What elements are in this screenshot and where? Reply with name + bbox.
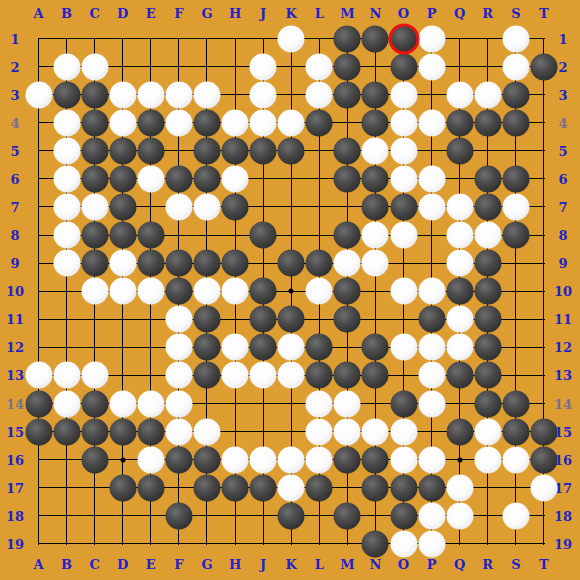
stone-white-O10[interactable]: [390, 278, 417, 305]
stone-black-L4[interactable]: [306, 109, 333, 136]
stone-white-D3[interactable]: [109, 81, 136, 108]
stone-black-Q4[interactable]: [446, 109, 473, 136]
col-label-top-T: T: [539, 6, 549, 21]
stone-black-F10[interactable]: [165, 278, 192, 305]
stone-white-E14[interactable]: [137, 390, 164, 417]
stone-white-O6[interactable]: [390, 165, 417, 192]
row-label-right-10: 10: [554, 284, 572, 299]
col-label-top-Q: Q: [454, 6, 465, 21]
stone-black-C15[interactable]: [81, 418, 108, 445]
stone-black-C4[interactable]: [81, 109, 108, 136]
col-label-top-M: M: [340, 6, 354, 21]
stone-white-E3[interactable]: [137, 81, 164, 108]
stone-black-G13[interactable]: [193, 362, 220, 389]
row-label-left-18: 18: [6, 508, 24, 523]
stone-black-R14[interactable]: [474, 390, 501, 417]
col-label-bottom-S: S: [511, 557, 520, 572]
stone-white-P13[interactable]: [418, 362, 445, 389]
stone-black-M10[interactable]: [334, 278, 361, 305]
stone-black-O18[interactable]: [390, 502, 417, 529]
row-label-right-13: 13: [554, 368, 572, 383]
stone-black-F18[interactable]: [165, 502, 192, 529]
stone-white-H6[interactable]: [222, 165, 249, 192]
stone-black-G9[interactable]: [193, 250, 220, 277]
col-label-top-N: N: [370, 6, 382, 21]
stone-white-Q17[interactable]: [446, 474, 473, 501]
stone-black-N3[interactable]: [362, 81, 389, 108]
stone-white-C7[interactable]: [81, 193, 108, 220]
col-label-top-G: G: [201, 6, 212, 21]
stone-black-N17[interactable]: [362, 474, 389, 501]
stone-black-M5[interactable]: [334, 137, 361, 164]
stone-black-T2[interactable]: [530, 53, 557, 80]
col-label-bottom-F: F: [174, 557, 183, 572]
stone-white-J16[interactable]: [250, 446, 277, 473]
stone-black-H5[interactable]: [222, 137, 249, 164]
stone-white-K4[interactable]: [278, 109, 305, 136]
stone-white-B14[interactable]: [53, 390, 80, 417]
col-label-bottom-K: K: [286, 557, 297, 572]
col-label-bottom-B: B: [61, 557, 72, 572]
stone-white-E16[interactable]: [137, 446, 164, 473]
stone-white-K12[interactable]: [278, 334, 305, 361]
stone-white-E10[interactable]: [137, 278, 164, 305]
stone-white-F14[interactable]: [165, 390, 192, 417]
row-label-left-9: 9: [10, 256, 19, 271]
stone-black-E4[interactable]: [137, 109, 164, 136]
col-label-bottom-G: G: [201, 557, 212, 572]
row-label-right-11: 11: [554, 312, 572, 327]
stone-black-N1[interactable]: [362, 25, 389, 52]
stone-white-J13[interactable]: [250, 362, 277, 389]
row-label-right-7: 7: [558, 199, 567, 214]
stone-black-C3[interactable]: [81, 81, 108, 108]
stone-black-R6[interactable]: [474, 165, 501, 192]
stone-black-N6[interactable]: [362, 165, 389, 192]
row-label-right-12: 12: [554, 340, 572, 355]
col-label-bottom-T: T: [539, 557, 549, 572]
stone-white-L14[interactable]: [306, 390, 333, 417]
col-label-bottom-J: J: [260, 557, 266, 572]
stone-black-L9[interactable]: [306, 250, 333, 277]
stone-white-J4[interactable]: [250, 109, 277, 136]
row-label-left-8: 8: [10, 228, 19, 243]
stone-black-S14[interactable]: [502, 390, 529, 417]
col-label-top-E: E: [146, 6, 156, 21]
stone-black-C8[interactable]: [81, 222, 108, 249]
stone-white-B6[interactable]: [53, 165, 80, 192]
stone-white-K16[interactable]: [278, 446, 305, 473]
stone-white-P12[interactable]: [418, 334, 445, 361]
stone-white-R3[interactable]: [474, 81, 501, 108]
star-point-Q16: [457, 457, 462, 462]
row-label-left-5: 5: [10, 143, 19, 158]
stone-white-N9[interactable]: [362, 250, 389, 277]
stone-black-G5[interactable]: [193, 137, 220, 164]
stone-white-Q11[interactable]: [446, 306, 473, 333]
stone-black-M1[interactable]: [334, 25, 361, 52]
stone-white-H4[interactable]: [222, 109, 249, 136]
stone-black-K5[interactable]: [278, 137, 305, 164]
stone-black-R10[interactable]: [474, 278, 501, 305]
stone-black-B3[interactable]: [53, 81, 80, 108]
stone-white-T17[interactable]: [530, 474, 557, 501]
stone-white-E6[interactable]: [137, 165, 164, 192]
stone-black-Q10[interactable]: [446, 278, 473, 305]
stone-white-L15[interactable]: [306, 418, 333, 445]
stone-white-B5[interactable]: [53, 137, 80, 164]
stone-white-A3[interactable]: [25, 81, 52, 108]
stone-white-G7[interactable]: [193, 193, 220, 220]
stone-black-L17[interactable]: [306, 474, 333, 501]
stone-black-A14[interactable]: [25, 390, 52, 417]
stone-white-O16[interactable]: [390, 446, 417, 473]
stone-black-S4[interactable]: [502, 109, 529, 136]
col-label-top-O: O: [398, 6, 409, 21]
stone-white-Q18[interactable]: [446, 502, 473, 529]
stone-black-J17[interactable]: [250, 474, 277, 501]
stone-black-M13[interactable]: [334, 362, 361, 389]
stone-white-P14[interactable]: [418, 390, 445, 417]
col-label-bottom-C: C: [89, 557, 99, 572]
stone-white-R8[interactable]: [474, 222, 501, 249]
stone-white-K1[interactable]: [278, 25, 305, 52]
col-label-bottom-R: R: [482, 557, 493, 572]
stone-black-M18[interactable]: [334, 502, 361, 529]
stone-white-M15[interactable]: [334, 418, 361, 445]
stone-black-D17[interactable]: [109, 474, 136, 501]
stone-black-Q5[interactable]: [446, 137, 473, 164]
stone-black-G4[interactable]: [193, 109, 220, 136]
go-app-background: { "game": "go", "board": { "size": 19, "…: [0, 0, 580, 580]
stone-black-E15[interactable]: [137, 418, 164, 445]
stone-white-O5[interactable]: [390, 137, 417, 164]
stone-white-Q12[interactable]: [446, 334, 473, 361]
stone-black-C6[interactable]: [81, 165, 108, 192]
col-label-top-J: J: [260, 6, 266, 21]
stone-black-O2[interactable]: [390, 53, 417, 80]
stone-white-Q3[interactable]: [446, 81, 473, 108]
row-label-left-12: 12: [6, 340, 24, 355]
stone-black-G17[interactable]: [193, 474, 220, 501]
col-label-bottom-M: M: [340, 557, 354, 572]
stone-black-O17[interactable]: [390, 474, 417, 501]
stone-white-P6[interactable]: [418, 165, 445, 192]
stone-white-O3[interactable]: [390, 81, 417, 108]
stone-white-P16[interactable]: [418, 446, 445, 473]
stone-black-N7[interactable]: [362, 193, 389, 220]
stone-white-S2[interactable]: [502, 53, 529, 80]
stone-white-C10[interactable]: [81, 278, 108, 305]
stone-black-K9[interactable]: [278, 250, 305, 277]
stone-white-L10[interactable]: [306, 278, 333, 305]
row-label-left-16: 16: [6, 452, 24, 467]
row-label-left-10: 10: [6, 284, 24, 299]
stone-black-N19[interactable]: [362, 530, 389, 557]
stone-white-S1[interactable]: [502, 25, 529, 52]
stone-white-R16[interactable]: [474, 446, 501, 473]
stone-white-S7[interactable]: [502, 193, 529, 220]
stone-black-H9[interactable]: [222, 250, 249, 277]
col-label-top-A: A: [33, 6, 43, 21]
row-label-left-17: 17: [6, 480, 24, 495]
stone-white-C13[interactable]: [81, 362, 108, 389]
stone-black-P17[interactable]: [418, 474, 445, 501]
stone-black-J8[interactable]: [250, 222, 277, 249]
col-label-top-S: S: [511, 6, 520, 21]
col-label-bottom-L: L: [315, 557, 324, 572]
row-label-left-1: 1: [10, 31, 19, 46]
col-label-top-C: C: [89, 6, 99, 21]
stone-black-S8[interactable]: [502, 222, 529, 249]
stone-black-M16[interactable]: [334, 446, 361, 473]
row-label-right-2: 2: [558, 59, 567, 74]
stone-black-R9[interactable]: [474, 250, 501, 277]
stone-black-M2[interactable]: [334, 53, 361, 80]
col-label-bottom-D: D: [117, 557, 128, 572]
stone-white-F13[interactable]: [165, 362, 192, 389]
stone-black-J10[interactable]: [250, 278, 277, 305]
row-label-right-18: 18: [554, 508, 572, 523]
stone-white-B8[interactable]: [53, 222, 80, 249]
stone-black-C9[interactable]: [81, 250, 108, 277]
stone-black-H7[interactable]: [222, 193, 249, 220]
star-point-D16: [120, 457, 125, 462]
stone-white-O19[interactable]: [390, 530, 417, 557]
stone-white-G3[interactable]: [193, 81, 220, 108]
stone-white-F15[interactable]: [165, 418, 192, 445]
row-label-right-5: 5: [558, 143, 567, 158]
stone-white-N8[interactable]: [362, 222, 389, 249]
stone-white-Q7[interactable]: [446, 193, 473, 220]
stone-black-O7[interactable]: [390, 193, 417, 220]
row-label-left-6: 6: [10, 171, 19, 186]
stone-black-R12[interactable]: [474, 334, 501, 361]
row-label-right-6: 6: [558, 171, 567, 186]
stone-black-Q13[interactable]: [446, 362, 473, 389]
row-label-left-14: 14: [6, 396, 24, 411]
stone-black-R4[interactable]: [474, 109, 501, 136]
stone-black-F9[interactable]: [165, 250, 192, 277]
stone-black-M3[interactable]: [334, 81, 361, 108]
col-label-bottom-P: P: [427, 557, 437, 572]
row-label-right-8: 8: [558, 228, 567, 243]
stone-white-Q9[interactable]: [446, 250, 473, 277]
stone-white-O15[interactable]: [390, 418, 417, 445]
stone-black-N16[interactable]: [362, 446, 389, 473]
stone-black-N12[interactable]: [362, 334, 389, 361]
stone-black-E8[interactable]: [137, 222, 164, 249]
row-label-right-19: 19: [554, 536, 572, 551]
col-label-top-B: B: [61, 6, 72, 21]
stone-black-Q15[interactable]: [446, 418, 473, 445]
stone-black-E5[interactable]: [137, 137, 164, 164]
stone-white-P2[interactable]: [418, 53, 445, 80]
star-point-K10: [289, 289, 294, 294]
stone-white-D9[interactable]: [109, 250, 136, 277]
stone-white-H12[interactable]: [222, 334, 249, 361]
row-label-right-3: 3: [558, 87, 567, 102]
stone-white-S18[interactable]: [502, 502, 529, 529]
stone-black-S15[interactable]: [502, 418, 529, 445]
stone-white-F3[interactable]: [165, 81, 192, 108]
stone-white-Q8[interactable]: [446, 222, 473, 249]
stone-white-K13[interactable]: [278, 362, 305, 389]
stone-white-H16[interactable]: [222, 446, 249, 473]
stone-black-J12[interactable]: [250, 334, 277, 361]
row-label-left-13: 13: [6, 368, 24, 383]
stone-black-C16[interactable]: [81, 446, 108, 473]
stone-black-T16[interactable]: [530, 446, 557, 473]
stone-white-F11[interactable]: [165, 306, 192, 333]
stone-white-L2[interactable]: [306, 53, 333, 80]
col-label-top-H: H: [229, 6, 241, 21]
stone-black-B15[interactable]: [53, 418, 80, 445]
stone-black-D8[interactable]: [109, 222, 136, 249]
stone-white-L3[interactable]: [306, 81, 333, 108]
row-label-right-1: 1: [558, 31, 567, 46]
stone-white-J2[interactable]: [250, 53, 277, 80]
stone-black-D5[interactable]: [109, 137, 136, 164]
stone-black-K11[interactable]: [278, 306, 305, 333]
stone-white-H10[interactable]: [222, 278, 249, 305]
row-label-right-4: 4: [558, 115, 567, 130]
stone-white-P4[interactable]: [418, 109, 445, 136]
stone-white-P19[interactable]: [418, 530, 445, 557]
col-label-bottom-E: E: [146, 557, 156, 572]
stone-white-K17[interactable]: [278, 474, 305, 501]
stone-black-K18[interactable]: [278, 502, 305, 529]
row-label-left-19: 19: [6, 536, 24, 551]
last-move-marker: [388, 23, 419, 54]
stone-white-B2[interactable]: [53, 53, 80, 80]
stone-black-J5[interactable]: [250, 137, 277, 164]
stone-black-R11[interactable]: [474, 306, 501, 333]
stone-black-L13[interactable]: [306, 362, 333, 389]
col-label-top-F: F: [174, 6, 183, 21]
col-label-top-K: K: [286, 6, 297, 21]
stone-black-G12[interactable]: [193, 334, 220, 361]
stone-white-S16[interactable]: [502, 446, 529, 473]
stone-white-D4[interactable]: [109, 109, 136, 136]
stone-black-M8[interactable]: [334, 222, 361, 249]
stone-white-B13[interactable]: [53, 362, 80, 389]
stone-black-N13[interactable]: [362, 362, 389, 389]
col-label-top-L: L: [315, 6, 324, 21]
row-label-left-4: 4: [10, 115, 19, 130]
stone-black-O14[interactable]: [390, 390, 417, 417]
stone-black-G6[interactable]: [193, 165, 220, 192]
col-label-bottom-A: A: [33, 557, 43, 572]
col-label-top-D: D: [117, 6, 128, 21]
col-label-top-R: R: [482, 6, 493, 21]
stone-white-P1[interactable]: [418, 25, 445, 52]
stone-white-C2[interactable]: [81, 53, 108, 80]
stone-black-S3[interactable]: [502, 81, 529, 108]
col-label-bottom-N: N: [370, 557, 382, 572]
stone-black-P11[interactable]: [418, 306, 445, 333]
stone-black-G16[interactable]: [193, 446, 220, 473]
stone-white-B7[interactable]: [53, 193, 80, 220]
stone-black-C14[interactable]: [81, 390, 108, 417]
stone-black-E17[interactable]: [137, 474, 164, 501]
col-label-bottom-H: H: [229, 557, 241, 572]
stone-black-L12[interactable]: [306, 334, 333, 361]
stone-black-E9[interactable]: [137, 250, 164, 277]
stone-black-N4[interactable]: [362, 109, 389, 136]
stone-white-O4[interactable]: [390, 109, 417, 136]
stone-white-L16[interactable]: [306, 446, 333, 473]
stone-white-B9[interactable]: [53, 250, 80, 277]
stone-black-D15[interactable]: [109, 418, 136, 445]
stone-black-F16[interactable]: [165, 446, 192, 473]
stone-white-P10[interactable]: [418, 278, 445, 305]
stone-white-P18[interactable]: [418, 502, 445, 529]
go-board[interactable]: AABBCCDDEEFFGGHHJJKKLLMMNNOOPPQQRRSSTT11…: [0, 0, 580, 580]
stone-black-H17[interactable]: [222, 474, 249, 501]
stone-black-J11[interactable]: [250, 306, 277, 333]
stone-white-M14[interactable]: [334, 390, 361, 417]
stone-white-J3[interactable]: [250, 81, 277, 108]
stone-white-F7[interactable]: [165, 193, 192, 220]
stone-black-C5[interactable]: [81, 137, 108, 164]
stone-black-R7[interactable]: [474, 193, 501, 220]
stone-white-N15[interactable]: [362, 418, 389, 445]
stone-white-H13[interactable]: [222, 362, 249, 389]
stone-black-T15[interactable]: [530, 418, 557, 445]
stone-white-N5[interactable]: [362, 137, 389, 164]
stone-white-A13[interactable]: [25, 362, 52, 389]
stone-white-P7[interactable]: [418, 193, 445, 220]
col-label-top-P: P: [427, 6, 437, 21]
row-label-right-9: 9: [558, 256, 567, 271]
col-label-bottom-Q: Q: [454, 557, 465, 572]
row-label-right-14: 14: [554, 396, 572, 411]
stone-white-F12[interactable]: [165, 334, 192, 361]
stone-black-F6[interactable]: [165, 165, 192, 192]
stone-white-G15[interactable]: [193, 418, 220, 445]
stone-black-M6[interactable]: [334, 165, 361, 192]
stone-black-D6[interactable]: [109, 165, 136, 192]
row-label-left-7: 7: [10, 199, 19, 214]
row-label-left-2: 2: [10, 59, 19, 74]
stone-white-D10[interactable]: [109, 278, 136, 305]
stone-black-G11[interactable]: [193, 306, 220, 333]
stone-white-O8[interactable]: [390, 222, 417, 249]
stone-black-D7[interactable]: [109, 193, 136, 220]
row-label-left-11: 11: [6, 312, 24, 327]
stone-black-M11[interactable]: [334, 306, 361, 333]
stone-white-F4[interactable]: [165, 109, 192, 136]
stone-white-M9[interactable]: [334, 250, 361, 277]
col-label-bottom-O: O: [398, 557, 409, 572]
stone-white-G10[interactable]: [193, 278, 220, 305]
stone-white-O12[interactable]: [390, 334, 417, 361]
stone-white-B4[interactable]: [53, 109, 80, 136]
stone-black-R13[interactable]: [474, 362, 501, 389]
stone-white-R15[interactable]: [474, 418, 501, 445]
stone-black-A15[interactable]: [25, 418, 52, 445]
stone-black-S6[interactable]: [502, 165, 529, 192]
row-label-left-15: 15: [6, 424, 24, 439]
row-label-left-3: 3: [10, 87, 19, 102]
stone-white-D14[interactable]: [109, 390, 136, 417]
